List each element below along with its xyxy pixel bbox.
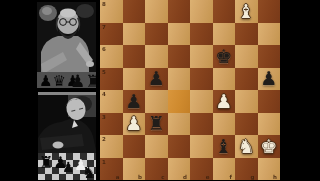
square-e8[interactable] <box>190 0 213 23</box>
square-d8[interactable] <box>168 0 191 23</box>
rank-label-1: 1 <box>102 159 106 165</box>
square-e7[interactable] <box>190 23 213 46</box>
file-label-e: e <box>206 174 210 180</box>
square-g5[interactable] <box>235 68 258 91</box>
rank-label-8: 8 <box>102 1 106 7</box>
square-a1[interactable]: 1a <box>100 158 123 181</box>
chess-board: 8♝76♚5♟♟4♟♟3♟♜2♝♞♚1abcdefgh <box>100 0 280 180</box>
square-e4[interactable] <box>190 90 213 113</box>
square-d5[interactable] <box>168 68 191 91</box>
player-photo-top: ♟♛♟ ♟♜ <box>37 2 96 88</box>
white-king-h2[interactable]: ♚ <box>258 135 281 158</box>
square-d4[interactable] <box>168 90 191 113</box>
square-e6[interactable] <box>190 45 213 68</box>
square-g7[interactable] <box>235 23 258 46</box>
square-b3[interactable]: ♟ <box>123 113 146 136</box>
square-d2[interactable] <box>168 135 191 158</box>
square-f1[interactable]: f <box>213 158 236 181</box>
svg-text:♟: ♟ <box>62 159 75 175</box>
black-pawn-c5[interactable]: ♟ <box>145 68 168 91</box>
rank-label-5: 5 <box>102 69 106 75</box>
square-c2[interactable] <box>145 135 168 158</box>
file-label-f: f <box>230 174 232 180</box>
square-b1[interactable]: b <box>123 158 146 181</box>
square-d1[interactable]: d <box>168 158 191 181</box>
square-a3[interactable]: 3 <box>100 113 123 136</box>
white-pawn-f4[interactable]: ♟ <box>213 90 236 113</box>
square-b7[interactable] <box>123 23 146 46</box>
player-photo-bottom: ♜♟ ♟ ♟ ♞ <box>38 92 96 180</box>
file-label-a: a <box>116 174 120 180</box>
square-f2[interactable]: ♝ <box>213 135 236 158</box>
square-h3[interactable] <box>258 113 281 136</box>
white-bishop-g8[interactable]: ♝ <box>235 0 258 23</box>
square-d6[interactable] <box>168 45 191 68</box>
square-h4[interactable] <box>258 90 281 113</box>
black-rook-c3[interactable]: ♜ <box>145 113 168 136</box>
square-c7[interactable] <box>145 23 168 46</box>
square-b4[interactable]: ♟ <box>123 90 146 113</box>
rank-label-6: 6 <box>102 46 106 52</box>
square-f7[interactable] <box>213 23 236 46</box>
rank-label-7: 7 <box>102 24 106 30</box>
square-g3[interactable] <box>235 113 258 136</box>
white-pawn-b3[interactable]: ♟ <box>123 113 146 136</box>
svg-text:♞: ♞ <box>82 163 96 180</box>
square-f6[interactable]: ♚ <box>213 45 236 68</box>
square-c8[interactable] <box>145 0 168 23</box>
square-g4[interactable] <box>235 90 258 113</box>
square-f5[interactable] <box>213 68 236 91</box>
square-h5[interactable]: ♟ <box>258 68 281 91</box>
square-g6[interactable] <box>235 45 258 68</box>
square-h6[interactable] <box>258 45 281 68</box>
player-photo-bottom-illustration: ♜♟ ♟ ♟ ♞ <box>38 92 96 180</box>
square-b6[interactable] <box>123 45 146 68</box>
player-photo-top-illustration: ♟♛♟ ♟♜ <box>37 2 96 88</box>
square-h2[interactable]: ♚ <box>258 135 281 158</box>
svg-text:♟♜: ♟♜ <box>70 71 96 88</box>
square-a4[interactable]: 4 <box>100 90 123 113</box>
file-label-d: d <box>183 174 187 180</box>
rank-label-3: 3 <box>102 114 106 120</box>
file-label-g: g <box>251 174 255 180</box>
square-h1[interactable]: h <box>258 158 281 181</box>
square-c1[interactable]: c <box>145 158 168 181</box>
black-king-f6[interactable]: ♚ <box>213 45 236 68</box>
square-f3[interactable] <box>213 113 236 136</box>
square-g8[interactable]: ♝ <box>235 0 258 23</box>
square-b2[interactable] <box>123 135 146 158</box>
file-label-h: h <box>273 174 277 180</box>
square-f4[interactable]: ♟ <box>213 90 236 113</box>
square-a8[interactable]: 8 <box>100 0 123 23</box>
square-c5[interactable]: ♟ <box>145 68 168 91</box>
square-c3[interactable]: ♜ <box>145 113 168 136</box>
square-a7[interactable]: 7 <box>100 23 123 46</box>
square-g1[interactable]: g <box>235 158 258 181</box>
page: ♟♛♟ ♟♜ ♜♟ ♟ ♟ ♞ 8♝76♚5♟♟4 <box>0 0 320 180</box>
black-pawn-h5[interactable]: ♟ <box>258 68 281 91</box>
square-e1[interactable]: e <box>190 158 213 181</box>
square-h8[interactable] <box>258 0 281 23</box>
square-a2[interactable]: 2 <box>100 135 123 158</box>
square-e3[interactable] <box>190 113 213 136</box>
square-f8[interactable] <box>213 0 236 23</box>
rank-label-4: 4 <box>102 91 106 97</box>
rank-label-2: 2 <box>102 136 106 142</box>
square-h7[interactable] <box>258 23 281 46</box>
square-c4[interactable] <box>145 90 168 113</box>
square-a6[interactable]: 6 <box>100 45 123 68</box>
white-knight-g2[interactable]: ♞ <box>235 135 258 158</box>
square-g2[interactable]: ♞ <box>235 135 258 158</box>
square-c6[interactable] <box>145 45 168 68</box>
file-label-b: b <box>138 174 142 180</box>
square-d3[interactable] <box>168 113 191 136</box>
square-b5[interactable] <box>123 68 146 91</box>
square-d7[interactable] <box>168 23 191 46</box>
black-pawn-b4[interactable]: ♟ <box>123 90 146 113</box>
square-a5[interactable]: 5 <box>100 68 123 91</box>
black-bishop-f2[interactable]: ♝ <box>213 135 236 158</box>
square-e2[interactable] <box>190 135 213 158</box>
square-e5[interactable] <box>190 68 213 91</box>
file-label-c: c <box>161 174 164 180</box>
square-b8[interactable] <box>123 0 146 23</box>
